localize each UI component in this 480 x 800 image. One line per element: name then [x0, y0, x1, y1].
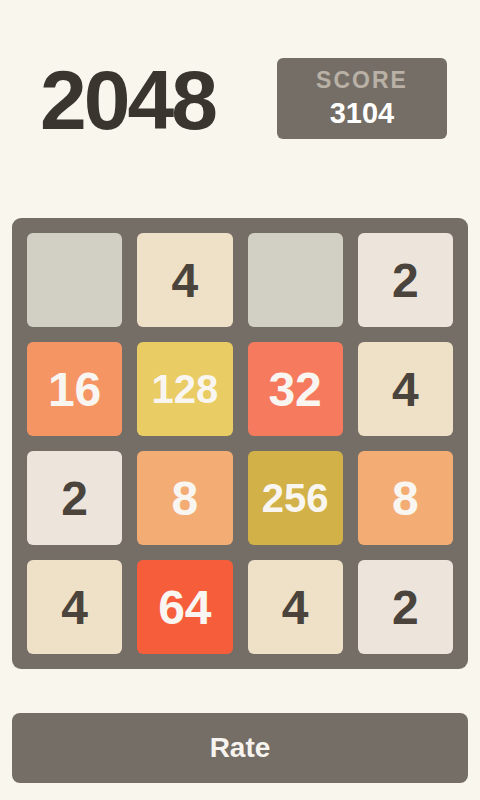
- tile-r0c1: 4: [137, 233, 232, 327]
- tile-r3c1: 64: [137, 560, 232, 654]
- tile-r1c3: 4: [358, 342, 453, 436]
- rate-button[interactable]: Rate: [12, 713, 468, 783]
- game-board[interactable]: 4 2 16 128 32 4 2 8 256 8 4 64 4 2: [12, 218, 468, 669]
- tile-r2c1: 8: [137, 451, 232, 545]
- tile-r3c2: 4: [248, 560, 343, 654]
- tile-r1c1: 128: [137, 342, 232, 436]
- tile-r2c2: 256: [248, 451, 343, 545]
- tile-r2c0: 2: [27, 451, 122, 545]
- score-box: SCORE 3104: [277, 58, 447, 139]
- score-value: 3104: [330, 97, 395, 130]
- tile-r3c3: 2: [358, 560, 453, 654]
- tile-r2c3: 8: [358, 451, 453, 545]
- page-title: 2048: [40, 56, 215, 144]
- tile-r0c2: [248, 233, 343, 327]
- tile-r0c0: [27, 233, 122, 327]
- tile-r1c2: 32: [248, 342, 343, 436]
- tile-r3c0: 4: [27, 560, 122, 654]
- score-label: SCORE: [316, 67, 408, 94]
- tile-r1c0: 16: [27, 342, 122, 436]
- tile-r0c3: 2: [358, 233, 453, 327]
